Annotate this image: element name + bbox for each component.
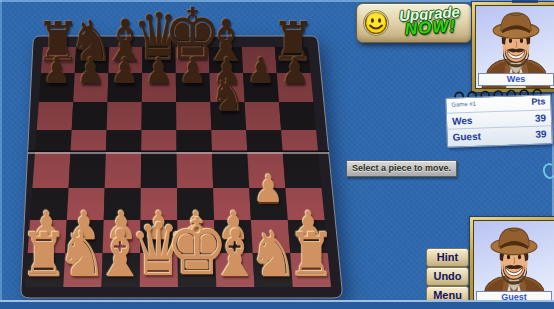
score-row-guest-name: Guest [452, 131, 481, 143]
piece-a7-black-p[interactable]: ♟ [43, 57, 72, 89]
undo-button[interactable]: Undo [426, 267, 469, 286]
score-game-label: Game #1 [451, 101, 476, 108]
piece-c7-black-p[interactable]: ♟ [111, 57, 140, 89]
smiley-icon [362, 9, 390, 37]
player-portrait-bottom: Guest [469, 216, 554, 309]
window-bevel-band [0, 302, 554, 309]
piece-g3-white-p[interactable]: ♟ [253, 174, 283, 208]
piece-b7-black-p[interactable]: ♟ [77, 57, 106, 89]
player-name-top: Wes [478, 73, 554, 86]
score-row-wes-points: 39 [535, 112, 547, 123]
score-row-guest-points: 39 [535, 128, 547, 139]
piece-h7-black-p[interactable]: ♟ [281, 57, 310, 89]
score-row-wes-name: Wes [452, 115, 473, 127]
piece-d7-black-p[interactable]: ♟ [145, 57, 174, 89]
player-portrait-top: Wes [471, 1, 554, 93]
game-window: Upgrade NOW! Wes Game #1 Pts Wes [0, 0, 554, 309]
hint-button[interactable]: Hint [426, 248, 469, 267]
piece-e7-black-p[interactable]: ♟ [179, 57, 208, 89]
status-tooltip: Select a piece to move. [346, 160, 457, 177]
piece-h1-white-r[interactable]: ♜ [288, 232, 336, 286]
clipped-ui-artifact [512, 0, 538, 3]
upgrade-now-button[interactable]: Upgrade NOW! [356, 3, 472, 43]
score-points-header: Pts [531, 96, 545, 106]
piece-g7-black-p[interactable]: ♟ [247, 57, 276, 89]
piece-f6-black-n[interactable]: ♞ [210, 78, 246, 118]
score-notepad: Game #1 Pts Wes 39 Guest 39 [443, 86, 554, 152]
score-paper: Game #1 Pts Wes 39 Guest 39 [445, 94, 553, 148]
score-row-guest: Guest 39 [447, 125, 551, 145]
